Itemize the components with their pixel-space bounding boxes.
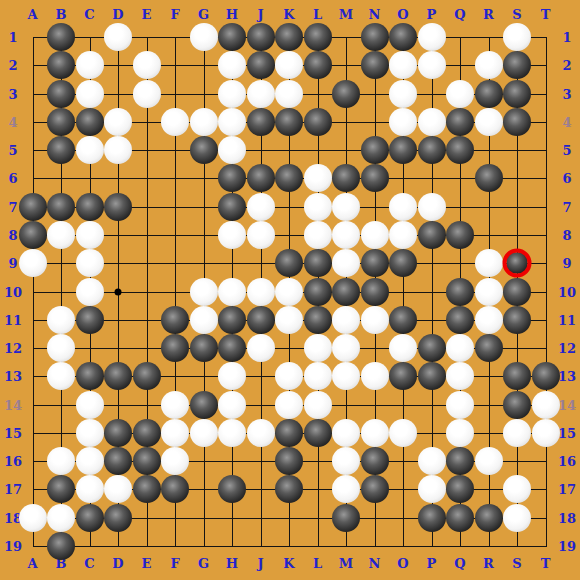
black-stone-D7 — [104, 193, 132, 221]
white-stone-O7 — [389, 193, 417, 221]
col-label-bottom-M: M — [339, 556, 353, 571]
white-stone-B16 — [47, 447, 75, 475]
black-stone-C18 — [76, 504, 104, 532]
black-stone-B19 — [47, 532, 75, 560]
black-stone-B7 — [47, 193, 75, 221]
black-stone-H1 — [218, 23, 246, 51]
white-stone-G10 — [190, 278, 218, 306]
white-stone-R4 — [475, 108, 503, 136]
black-stone-C4 — [76, 108, 104, 136]
col-label-top-P: P — [427, 7, 437, 22]
black-stone-Q11 — [446, 306, 474, 334]
black-stone-Q5 — [446, 136, 474, 164]
white-stone-P16 — [418, 447, 446, 475]
white-stone-O12 — [389, 334, 417, 362]
grid-line-horizontal — [33, 546, 547, 547]
white-stone-T14 — [532, 391, 560, 419]
row-label-left-14: 14 — [4, 397, 22, 412]
white-stone-Q14 — [446, 391, 474, 419]
col-label-bottom-K: K — [283, 556, 294, 571]
white-stone-E2 — [133, 51, 161, 79]
black-stone-L9 — [304, 249, 332, 277]
white-stone-K14 — [275, 391, 303, 419]
black-stone-L15 — [304, 419, 332, 447]
col-label-bottom-O: O — [397, 556, 408, 571]
white-stone-M17 — [332, 475, 360, 503]
white-stone-H8 — [218, 221, 246, 249]
black-stone-P13 — [418, 362, 446, 390]
white-stone-M12 — [332, 334, 360, 362]
white-stone-H13 — [218, 362, 246, 390]
white-stone-L14 — [304, 391, 332, 419]
col-label-bottom-P: P — [427, 556, 437, 571]
col-label-top-T: T — [541, 7, 551, 22]
row-label-right-14: 14 — [558, 397, 576, 412]
white-stone-B11 — [47, 306, 75, 334]
black-stone-F11 — [161, 306, 189, 334]
black-stone-R18 — [475, 504, 503, 532]
white-stone-D5 — [104, 136, 132, 164]
white-stone-M16 — [332, 447, 360, 475]
col-label-bottom-A: A — [27, 556, 37, 571]
white-stone-L8 — [304, 221, 332, 249]
col-label-top-A: A — [27, 7, 37, 22]
col-label-bottom-Q: Q — [454, 556, 465, 571]
row-label-left-15: 15 — [4, 425, 22, 440]
white-stone-N13 — [361, 362, 389, 390]
black-stone-H11 — [218, 306, 246, 334]
white-stone-N8 — [361, 221, 389, 249]
row-label-left-1: 1 — [8, 30, 17, 45]
row-label-right-18: 18 — [558, 510, 576, 525]
black-stone-H12 — [218, 334, 246, 362]
white-stone-R11 — [475, 306, 503, 334]
black-stone-Q17 — [446, 475, 474, 503]
white-stone-C16 — [76, 447, 104, 475]
black-stone-M10 — [332, 278, 360, 306]
row-label-right-6: 6 — [562, 171, 571, 186]
white-stone-G15 — [190, 419, 218, 447]
col-label-bottom-J: J — [257, 556, 263, 571]
black-stone-P8 — [418, 221, 446, 249]
white-stone-R2 — [475, 51, 503, 79]
black-stone-N6 — [361, 164, 389, 192]
black-stone-F12 — [161, 334, 189, 362]
col-label-top-H: H — [226, 7, 238, 22]
white-stone-G4 — [190, 108, 218, 136]
black-stone-N1 — [361, 23, 389, 51]
white-stone-K11 — [275, 306, 303, 334]
black-stone-K9 — [275, 249, 303, 277]
col-label-top-K: K — [283, 7, 294, 22]
white-stone-G1 — [190, 23, 218, 51]
black-stone-L2 — [304, 51, 332, 79]
black-stone-S4 — [503, 108, 531, 136]
black-stone-E16 — [133, 447, 161, 475]
row-label-right-1: 1 — [562, 30, 571, 45]
black-stone-S11 — [503, 306, 531, 334]
black-stone-N5 — [361, 136, 389, 164]
black-stone-O11 — [389, 306, 417, 334]
white-stone-P7 — [418, 193, 446, 221]
col-label-bottom-D: D — [112, 556, 123, 571]
white-stone-E3 — [133, 80, 161, 108]
white-stone-L12 — [304, 334, 332, 362]
row-label-right-8: 8 — [562, 227, 571, 242]
white-stone-S17 — [503, 475, 531, 503]
col-label-top-F: F — [170, 7, 179, 22]
white-stone-P1 — [418, 23, 446, 51]
black-stone-E17 — [133, 475, 161, 503]
white-stone-H4 — [218, 108, 246, 136]
white-stone-C9 — [76, 249, 104, 277]
black-stone-Q10 — [446, 278, 474, 306]
black-stone-P5 — [418, 136, 446, 164]
col-label-top-L: L — [313, 7, 322, 22]
white-stone-A9 — [19, 249, 47, 277]
black-stone-J2 — [247, 51, 275, 79]
row-label-left-3: 3 — [8, 86, 17, 101]
black-stone-N9 — [361, 249, 389, 277]
white-stone-Q13 — [446, 362, 474, 390]
white-stone-Q3 — [446, 80, 474, 108]
col-label-top-B: B — [56, 7, 67, 22]
white-stone-Q12 — [446, 334, 474, 362]
white-stone-B8 — [47, 221, 75, 249]
black-stone-L11 — [304, 306, 332, 334]
black-stone-B5 — [47, 136, 75, 164]
white-stone-P4 — [418, 108, 446, 136]
white-stone-C10 — [76, 278, 104, 306]
black-stone-K6 — [275, 164, 303, 192]
white-stone-J12 — [247, 334, 275, 362]
row-label-right-12: 12 — [558, 341, 576, 356]
col-label-top-C: C — [84, 7, 94, 22]
black-stone-N2 — [361, 51, 389, 79]
row-label-left-5: 5 — [8, 143, 17, 158]
white-stone-K10 — [275, 278, 303, 306]
row-label-left-17: 17 — [4, 482, 22, 497]
black-stone-B4 — [47, 108, 75, 136]
white-stone-J3 — [247, 80, 275, 108]
row-label-left-2: 2 — [8, 58, 17, 73]
white-stone-M7 — [332, 193, 360, 221]
row-label-right-19: 19 — [558, 539, 576, 554]
black-stone-Q16 — [446, 447, 474, 475]
white-stone-K3 — [275, 80, 303, 108]
black-stone-S13 — [503, 362, 531, 390]
grid-line-vertical — [546, 37, 547, 547]
white-stone-P17 — [418, 475, 446, 503]
black-stone-D16 — [104, 447, 132, 475]
black-stone-J11 — [247, 306, 275, 334]
col-label-bottom-C: C — [84, 556, 94, 571]
black-stone-P12 — [418, 334, 446, 362]
black-stone-L4 — [304, 108, 332, 136]
white-stone-R10 — [475, 278, 503, 306]
col-label-top-E: E — [142, 7, 152, 22]
black-stone-S3 — [503, 80, 531, 108]
black-stone-F17 — [161, 475, 189, 503]
black-stone-R12 — [475, 334, 503, 362]
black-stone-G12 — [190, 334, 218, 362]
black-stone-E15 — [133, 419, 161, 447]
black-stone-H17 — [218, 475, 246, 503]
black-stone-K17 — [275, 475, 303, 503]
row-label-right-17: 17 — [558, 482, 576, 497]
white-stone-H2 — [218, 51, 246, 79]
black-stone-C7 — [76, 193, 104, 221]
black-stone-Q18 — [446, 504, 474, 532]
row-label-right-7: 7 — [562, 199, 571, 214]
black-stone-J4 — [247, 108, 275, 136]
white-stone-B13 — [47, 362, 75, 390]
col-label-top-R: R — [483, 7, 494, 22]
white-stone-H3 — [218, 80, 246, 108]
black-stone-G5 — [190, 136, 218, 164]
row-label-right-2: 2 — [562, 58, 571, 73]
black-stone-R6 — [475, 164, 503, 192]
white-stone-O2 — [389, 51, 417, 79]
black-stone-S14 — [503, 391, 531, 419]
row-label-right-5: 5 — [562, 143, 571, 158]
white-stone-H10 — [218, 278, 246, 306]
black-stone-N10 — [361, 278, 389, 306]
black-stone-B2 — [47, 51, 75, 79]
white-stone-O8 — [389, 221, 417, 249]
black-stone-K1 — [275, 23, 303, 51]
white-stone-C5 — [76, 136, 104, 164]
black-stone-P18 — [418, 504, 446, 532]
white-stone-J7 — [247, 193, 275, 221]
col-label-top-S: S — [512, 7, 521, 22]
col-label-top-N: N — [369, 7, 381, 22]
row-label-left-7: 7 — [8, 199, 17, 214]
black-stone-D18 — [104, 504, 132, 532]
black-stone-M18 — [332, 504, 360, 532]
white-stone-N11 — [361, 306, 389, 334]
col-label-top-G: G — [198, 7, 209, 22]
white-stone-G11 — [190, 306, 218, 334]
star-point-D10 — [115, 288, 122, 295]
white-stone-F15 — [161, 419, 189, 447]
white-stone-P2 — [418, 51, 446, 79]
white-stone-F14 — [161, 391, 189, 419]
white-stone-S15 — [503, 419, 531, 447]
white-stone-M8 — [332, 221, 360, 249]
white-stone-M11 — [332, 306, 360, 334]
black-stone-H7 — [218, 193, 246, 221]
white-stone-J10 — [247, 278, 275, 306]
black-stone-O9 — [389, 249, 417, 277]
black-stone-N17 — [361, 475, 389, 503]
white-stone-M15 — [332, 419, 360, 447]
col-label-bottom-L: L — [313, 556, 322, 571]
col-label-bottom-R: R — [483, 556, 494, 571]
col-label-bottom-S: S — [512, 556, 521, 571]
white-stone-J15 — [247, 419, 275, 447]
col-label-bottom-G: G — [198, 556, 209, 571]
white-stone-S18 — [503, 504, 531, 532]
white-stone-M13 — [332, 362, 360, 390]
white-stone-M9 — [332, 249, 360, 277]
white-stone-H5 — [218, 136, 246, 164]
black-stone-O5 — [389, 136, 417, 164]
black-stone-S2 — [503, 51, 531, 79]
col-label-bottom-N: N — [369, 556, 381, 571]
row-label-left-16: 16 — [4, 454, 22, 469]
white-stone-R16 — [475, 447, 503, 475]
black-stone-D15 — [104, 419, 132, 447]
white-stone-F4 — [161, 108, 189, 136]
go-board[interactable]: AABBCCDDEEFFGGHHJJKKLLMMNNOOPPQQRRSSTT11… — [0, 0, 580, 580]
col-label-top-O: O — [397, 7, 408, 22]
black-stone-S10 — [503, 278, 531, 306]
black-stone-M6 — [332, 164, 360, 192]
white-stone-L7 — [304, 193, 332, 221]
black-stone-N16 — [361, 447, 389, 475]
white-stone-C15 — [76, 419, 104, 447]
row-label-right-9: 9 — [562, 256, 571, 271]
black-stone-B1 — [47, 23, 75, 51]
row-label-left-6: 6 — [8, 171, 17, 186]
black-stone-S9-last-move-marker — [503, 249, 532, 278]
row-label-left-12: 12 — [4, 341, 22, 356]
black-stone-A8 — [19, 221, 47, 249]
black-stone-B3 — [47, 80, 75, 108]
black-stone-J1 — [247, 23, 275, 51]
black-stone-O13 — [389, 362, 417, 390]
row-label-left-10: 10 — [4, 284, 22, 299]
black-stone-D13 — [104, 362, 132, 390]
white-stone-C14 — [76, 391, 104, 419]
row-label-left-11: 11 — [4, 312, 22, 327]
white-stone-H15 — [218, 419, 246, 447]
row-label-left-19: 19 — [4, 539, 22, 554]
white-stone-K2 — [275, 51, 303, 79]
white-stone-L6 — [304, 164, 332, 192]
row-label-right-13: 13 — [558, 369, 576, 384]
white-stone-O3 — [389, 80, 417, 108]
white-stone-T15 — [532, 419, 560, 447]
black-stone-H6 — [218, 164, 246, 192]
white-stone-D1 — [104, 23, 132, 51]
row-label-right-11: 11 — [558, 312, 576, 327]
row-label-right-3: 3 — [562, 86, 571, 101]
black-stone-Q8 — [446, 221, 474, 249]
black-stone-T13 — [532, 362, 560, 390]
row-label-left-4: 4 — [8, 114, 17, 129]
row-label-left-8: 8 — [8, 227, 17, 242]
black-stone-R3 — [475, 80, 503, 108]
row-label-right-16: 16 — [558, 454, 576, 469]
black-stone-A7 — [19, 193, 47, 221]
black-stone-C13 — [76, 362, 104, 390]
row-label-right-15: 15 — [558, 425, 576, 440]
black-stone-B17 — [47, 475, 75, 503]
black-stone-C11 — [76, 306, 104, 334]
col-label-top-D: D — [112, 7, 123, 22]
row-label-right-10: 10 — [558, 284, 576, 299]
col-label-bottom-T: T — [541, 556, 551, 571]
black-stone-Q4 — [446, 108, 474, 136]
col-label-bottom-F: F — [170, 556, 179, 571]
white-stone-H14 — [218, 391, 246, 419]
white-stone-O15 — [389, 419, 417, 447]
white-stone-C8 — [76, 221, 104, 249]
col-label-bottom-H: H — [226, 556, 238, 571]
white-stone-S1 — [503, 23, 531, 51]
row-label-right-4: 4 — [562, 114, 571, 129]
col-label-bottom-E: E — [142, 556, 152, 571]
row-label-left-9: 9 — [8, 256, 17, 271]
white-stone-D4 — [104, 108, 132, 136]
col-label-top-J: J — [257, 7, 263, 22]
col-label-top-Q: Q — [454, 7, 465, 22]
white-stone-F16 — [161, 447, 189, 475]
black-stone-G14 — [190, 391, 218, 419]
white-stone-B18 — [47, 504, 75, 532]
black-stone-J6 — [247, 164, 275, 192]
col-label-top-M: M — [339, 7, 353, 22]
black-stone-M3 — [332, 80, 360, 108]
white-stone-A18 — [19, 504, 47, 532]
black-stone-O1 — [389, 23, 417, 51]
white-stone-J8 — [247, 221, 275, 249]
white-stone-K13 — [275, 362, 303, 390]
white-stone-O4 — [389, 108, 417, 136]
white-stone-R9 — [475, 249, 503, 277]
white-stone-Q15 — [446, 419, 474, 447]
black-stone-L1 — [304, 23, 332, 51]
white-stone-B12 — [47, 334, 75, 362]
black-stone-E13 — [133, 362, 161, 390]
white-stone-N15 — [361, 419, 389, 447]
white-stone-C17 — [76, 475, 104, 503]
black-stone-K4 — [275, 108, 303, 136]
white-stone-L13 — [304, 362, 332, 390]
white-stone-C2 — [76, 51, 104, 79]
white-stone-D17 — [104, 475, 132, 503]
black-stone-K16 — [275, 447, 303, 475]
white-stone-C3 — [76, 80, 104, 108]
row-label-left-13: 13 — [4, 369, 22, 384]
black-stone-L10 — [304, 278, 332, 306]
black-stone-K15 — [275, 419, 303, 447]
